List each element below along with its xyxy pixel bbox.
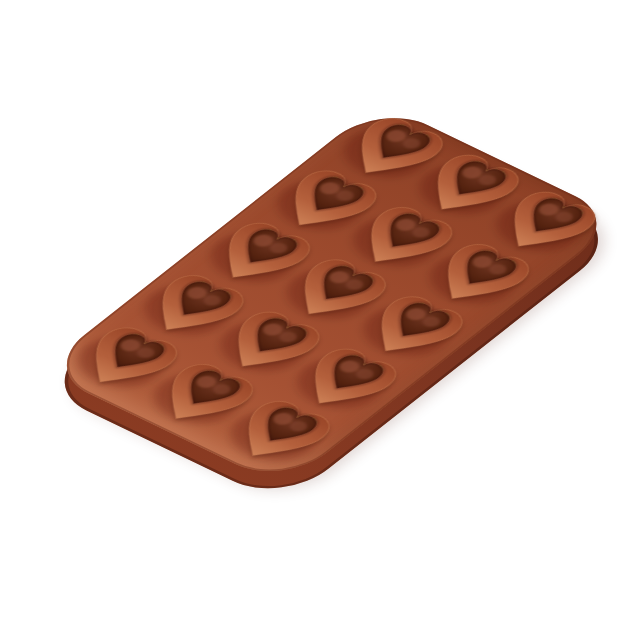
product-photo	[0, 0, 640, 640]
